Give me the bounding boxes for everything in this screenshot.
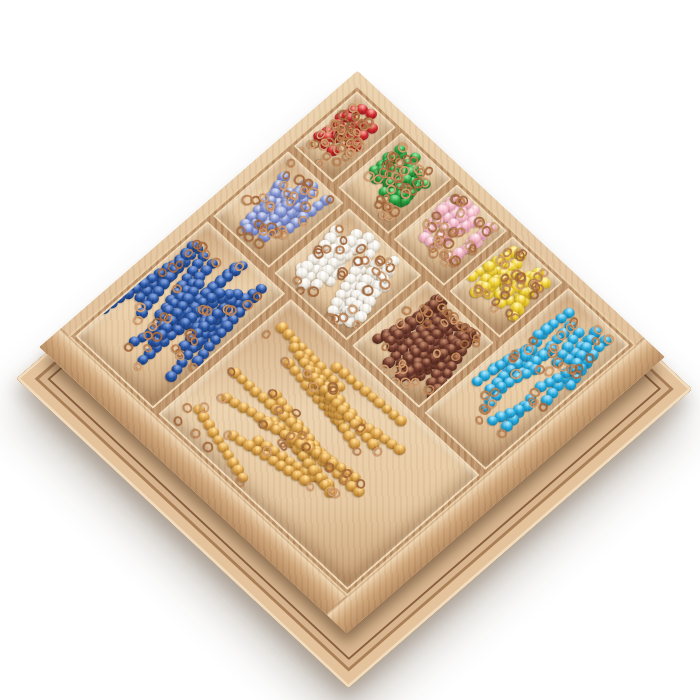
copper-ring	[199, 402, 210, 413]
copper-ring	[308, 286, 319, 297]
compartment-area	[69, 86, 635, 595]
copper-ring	[262, 329, 273, 340]
bead-darkblue-9	[95, 301, 112, 316]
copper-ring	[298, 216, 308, 227]
copper-ring	[401, 188, 411, 199]
copper-ring	[325, 194, 335, 204]
copper-ring	[202, 442, 214, 454]
copper-ring	[353, 320, 363, 330]
copper-ring	[331, 120, 341, 131]
copper-ring	[308, 187, 321, 199]
bead-box-scene	[40, 71, 665, 633]
copper-ring	[174, 416, 184, 427]
copper-ring	[123, 342, 135, 353]
copper-ring	[306, 482, 315, 492]
product-photo	[0, 0, 700, 700]
copper-ring	[299, 186, 308, 195]
copper-ring	[482, 226, 491, 237]
copper-ring	[190, 428, 200, 438]
copper-ring	[296, 147, 307, 158]
copper-ring	[356, 479, 365, 489]
copper-ring	[538, 402, 549, 413]
copper-ring	[210, 257, 221, 268]
copper-ring	[352, 446, 363, 457]
copper-ring	[201, 305, 213, 316]
copper-ring	[603, 334, 614, 344]
copper-ring	[182, 402, 194, 414]
copper-ring	[286, 158, 296, 168]
copper-ring	[474, 415, 484, 426]
bead-box	[40, 71, 665, 633]
bead-darkblue-9	[103, 296, 120, 311]
copper-ring	[133, 362, 142, 372]
